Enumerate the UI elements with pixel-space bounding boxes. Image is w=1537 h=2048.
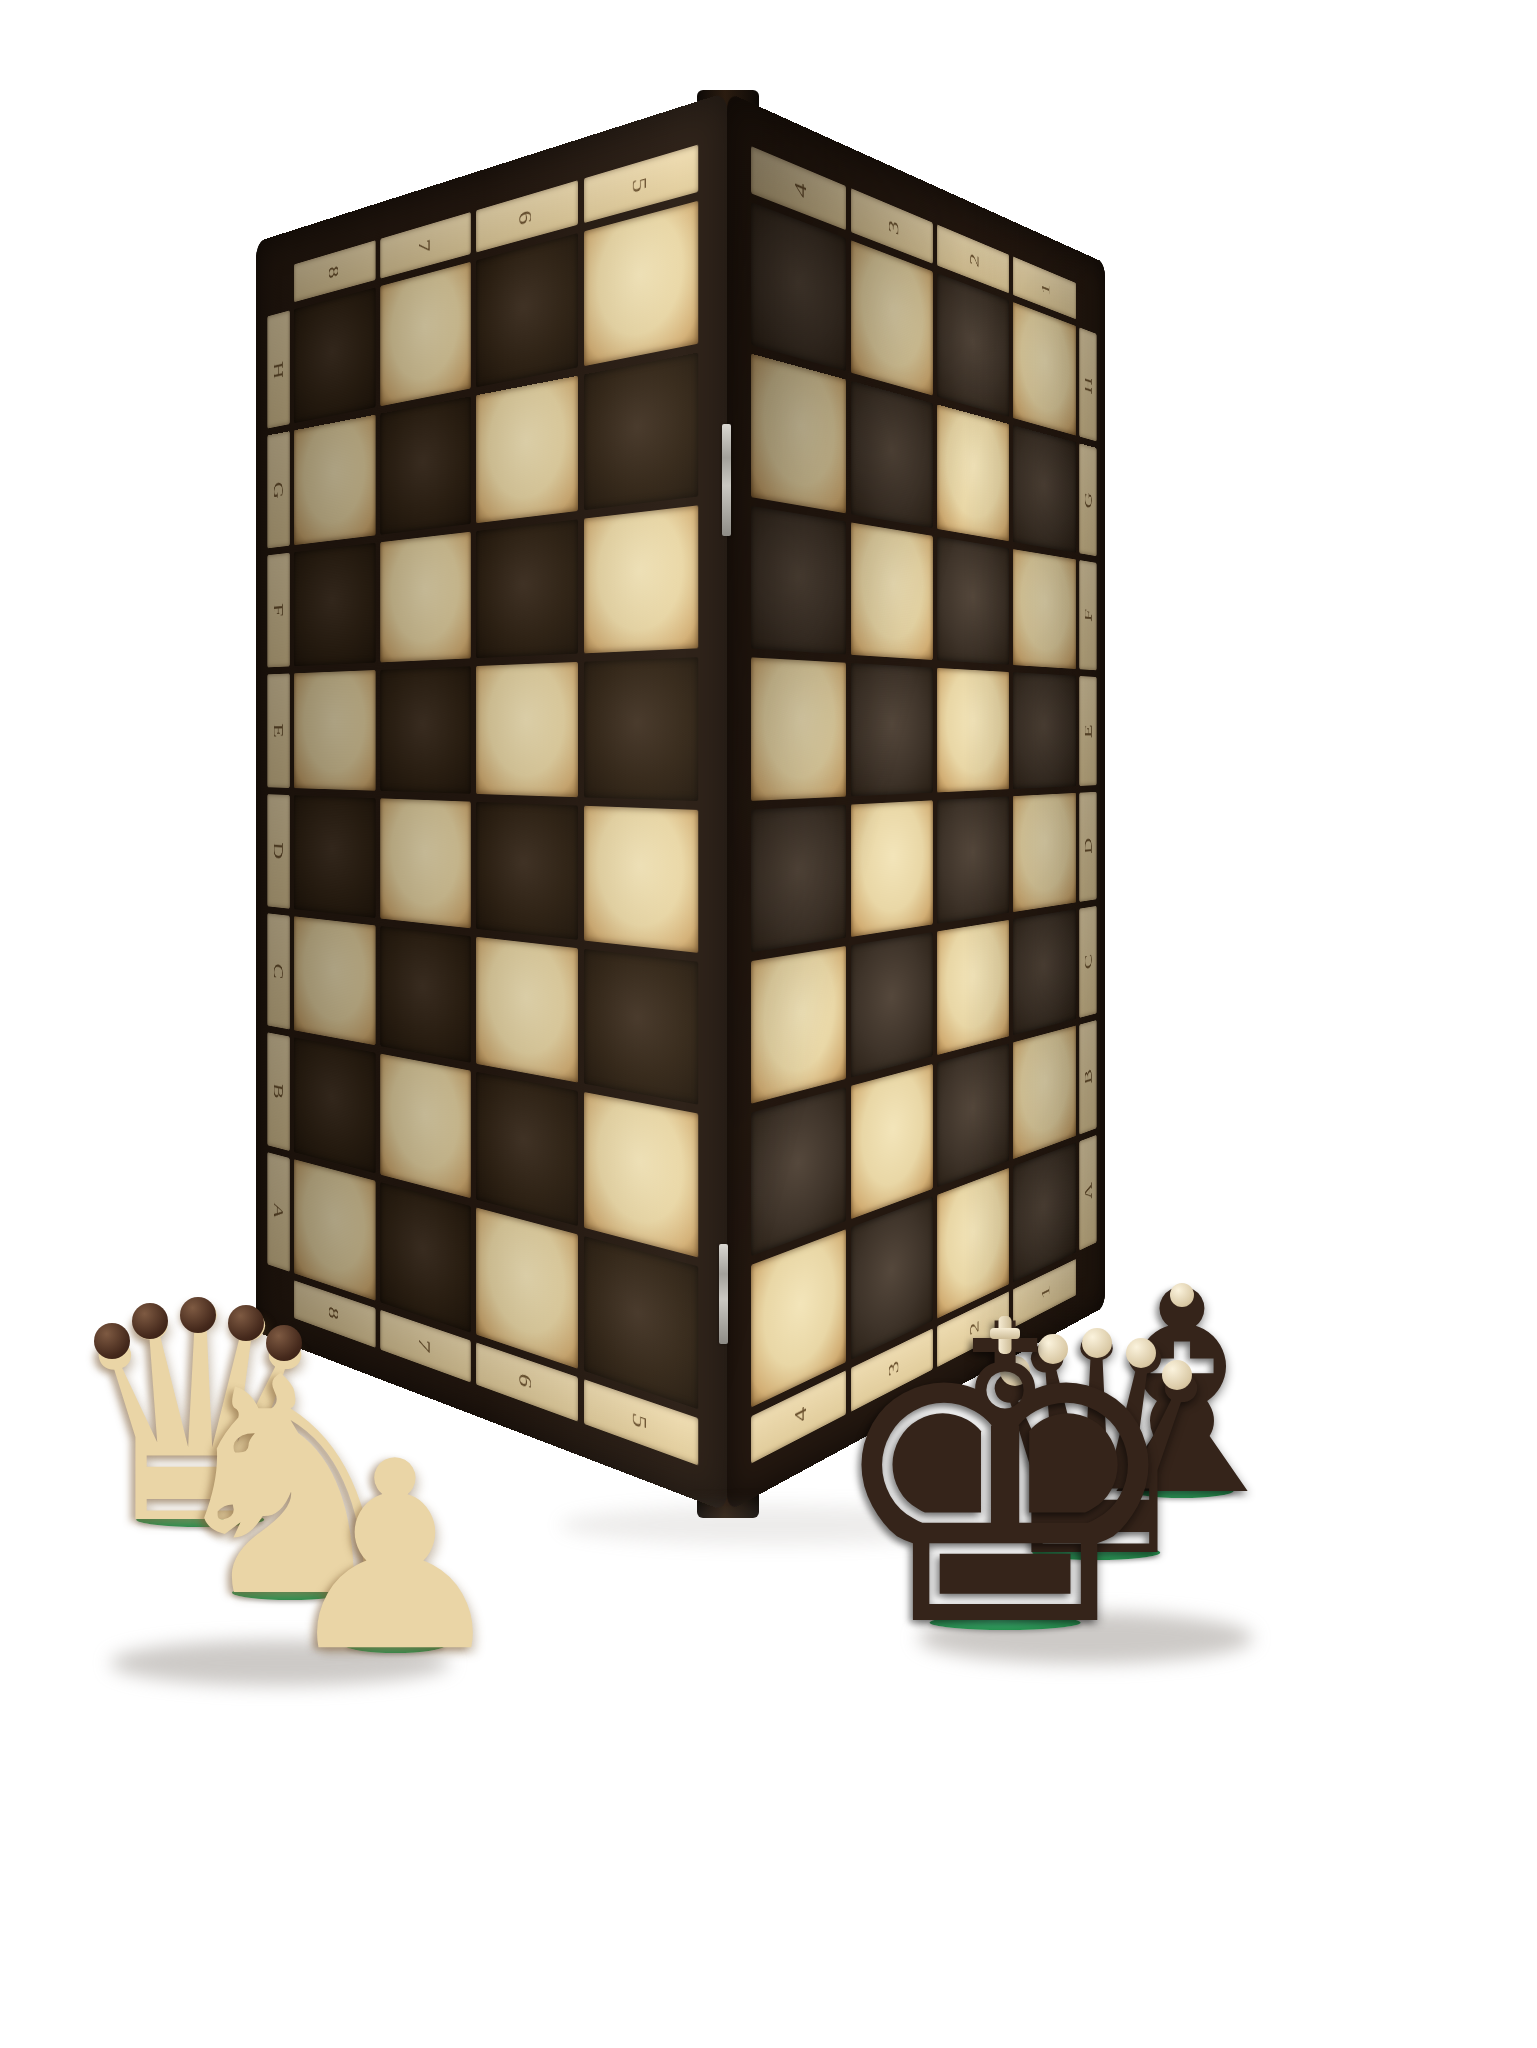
square-g1 (1013, 425, 1076, 552)
square-c3 (851, 932, 933, 1078)
file-label-d: D (1079, 791, 1096, 901)
square-b5 (584, 1092, 699, 1257)
square-a7 (380, 1182, 471, 1333)
square-d7 (380, 798, 471, 928)
square-g4 (751, 354, 846, 513)
square-e1 (1013, 672, 1076, 788)
square-g8 (294, 415, 375, 545)
square-b3 (851, 1064, 933, 1219)
square-f2 (937, 536, 1009, 665)
square-g6 (476, 376, 578, 523)
square-b1 (1013, 1026, 1076, 1159)
frame-corner (1079, 284, 1096, 327)
square-b4 (751, 1087, 846, 1255)
hinge-top (722, 424, 731, 536)
square-d3 (851, 800, 933, 937)
square-c7 (380, 926, 471, 1063)
square-c4 (751, 946, 846, 1104)
square-b2 (937, 1044, 1009, 1187)
square-h3 (851, 240, 933, 396)
file-label-g: G (1079, 444, 1096, 556)
square-e8 (294, 670, 375, 790)
square-d8 (294, 795, 375, 918)
square-d5 (584, 805, 699, 952)
file-label-e: E (1079, 676, 1096, 785)
black-king: ♚ (875, 1320, 1135, 1630)
square-g2 (937, 405, 1009, 541)
white-pawn-glyph: ♟ (278, 1427, 511, 1687)
hinge-bottom (719, 1244, 728, 1344)
square-c6 (476, 937, 578, 1083)
file-label-g: G (267, 431, 289, 548)
square-h8 (294, 287, 375, 423)
chess-set-product-photo: 8765HGFEDCBA8765 4321HGFEDCBA4321 ♛ ♞ ♟ … (0, 0, 1537, 2048)
file-label-b: B (1079, 1020, 1096, 1134)
square-e2 (937, 668, 1009, 792)
square-f4 (751, 506, 846, 655)
square-e3 (851, 663, 933, 796)
file-label-h: H (267, 310, 289, 428)
square-c1 (1013, 909, 1076, 1035)
square-e6 (476, 662, 578, 797)
frame-corner (267, 266, 289, 310)
square-f5 (584, 505, 699, 653)
square-h6 (476, 233, 578, 388)
square-h1 (1013, 302, 1076, 436)
square-f7 (380, 532, 471, 663)
file-label-b: B (267, 1033, 289, 1151)
square-f8 (294, 543, 375, 667)
square-e7 (380, 666, 471, 793)
square-g5 (584, 353, 699, 510)
square-a6 (476, 1207, 578, 1369)
king-cross-finial (990, 1328, 1020, 1339)
square-f1 (1013, 549, 1076, 669)
square-d2 (937, 796, 1009, 924)
square-b8 (294, 1038, 375, 1173)
file-label-f: F (1079, 560, 1096, 671)
file-label-c: C (267, 913, 289, 1030)
square-g3 (851, 381, 933, 528)
square-c2 (937, 920, 1009, 1055)
square-a5 (584, 1236, 699, 1410)
square-d1 (1013, 793, 1076, 913)
square-b6 (476, 1072, 578, 1226)
square-c8 (294, 916, 375, 1045)
square-h5 (584, 201, 699, 367)
square-d4 (751, 804, 846, 952)
file-label-f: F (267, 553, 289, 668)
file-label-e: E (267, 674, 289, 788)
square-h2 (937, 273, 1009, 417)
file-label-h: H (1079, 327, 1096, 441)
square-e4 (751, 657, 846, 800)
square-f6 (476, 519, 578, 658)
white-pawn: ♟ (310, 1448, 480, 1653)
square-h4 (751, 202, 846, 371)
square-e5 (584, 657, 699, 800)
file-label-c: C (1079, 906, 1096, 1018)
square-c5 (584, 949, 699, 1105)
square-d6 (476, 801, 578, 939)
square-h7 (380, 262, 471, 407)
crown-bead (94, 1323, 130, 1359)
square-g7 (380, 397, 471, 535)
file-label-d: D (267, 794, 289, 909)
square-f3 (851, 522, 933, 660)
square-b7 (380, 1054, 471, 1198)
